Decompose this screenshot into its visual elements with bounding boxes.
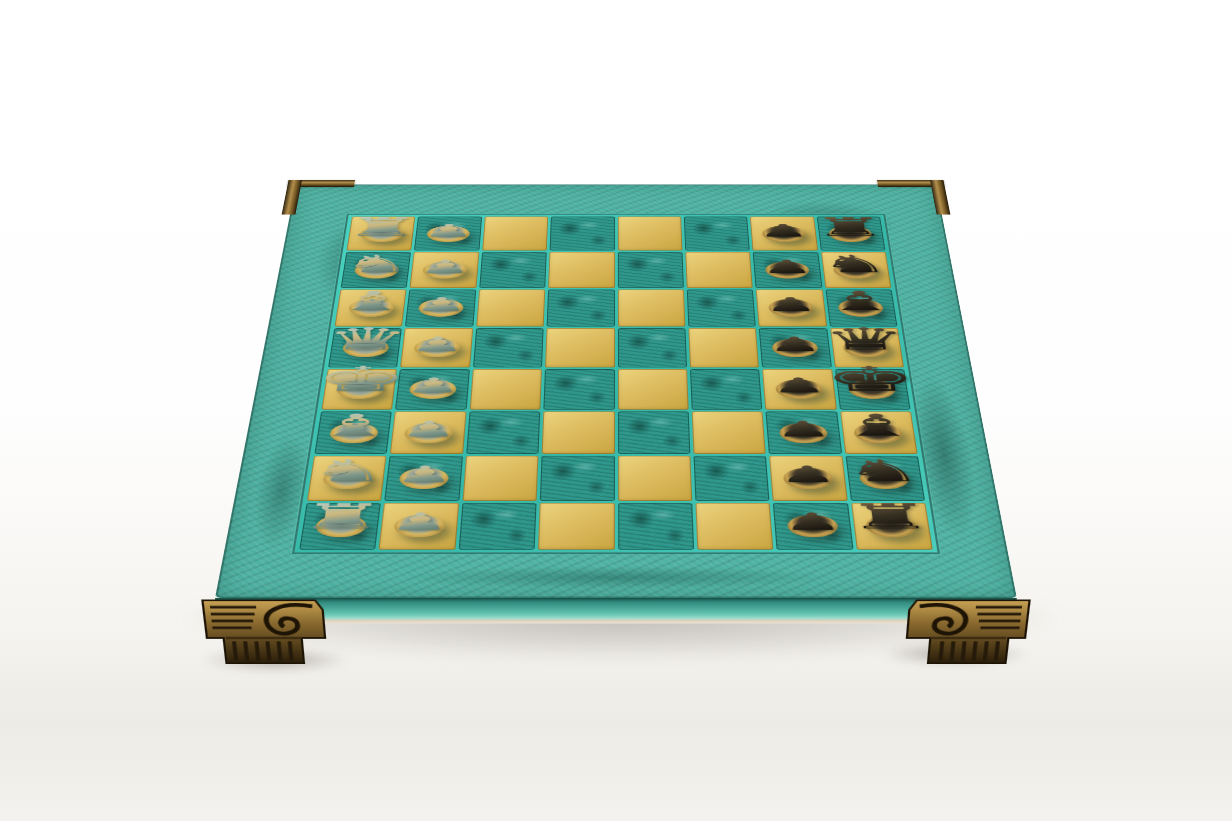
square [618,456,692,501]
board-front-edge [215,598,1017,624]
knight-glyph: ♞ [788,252,923,276]
corner-bracket-right [877,180,950,215]
square [692,411,766,454]
square [538,503,614,550]
square [547,289,615,326]
square [618,503,694,550]
square [766,411,842,454]
square [544,369,615,410]
square [542,411,615,454]
square [617,289,685,326]
square [618,411,691,454]
square [840,411,918,454]
square [773,503,853,550]
square [695,503,773,550]
square [466,411,540,454]
board-leg-left [199,599,331,664]
photo-backdrop: ♜♟♟♜♞♟♟♞♝♟♟♝♛♟♟♛♚♟♟♚♝♟♟♝♞♟♟♞♜♟♟♜ [0,0,1232,821]
board-leg-right [901,599,1033,664]
square [540,456,614,501]
bishop-glyph: ♝ [791,288,930,314]
square [458,503,536,550]
pawn-glyph: ♟ [372,295,509,314]
corner-bracket-left [282,180,355,215]
ionic-volute-icon [901,599,1033,664]
square [693,456,769,501]
square [314,411,392,454]
square [379,503,459,550]
square [617,217,682,251]
square [307,456,387,501]
square [462,456,538,501]
chess-board: ♜♟♟♜♞♟♟♞♝♟♟♝♛♟♟♛♚♟♟♚♝♟♟♝♞♟♟♞♜♟♟♜ [215,184,1017,598]
ionic-volute-icon [199,599,331,664]
rook-glyph: ♜ [784,214,917,239]
square [617,252,683,288]
pawn-glyph: ♟ [378,258,512,276]
square [769,456,847,501]
square [548,252,614,288]
square [550,217,615,251]
square [618,369,689,410]
square [845,456,925,501]
square [385,456,463,501]
square [851,503,933,550]
square [390,411,466,454]
square [299,503,381,550]
